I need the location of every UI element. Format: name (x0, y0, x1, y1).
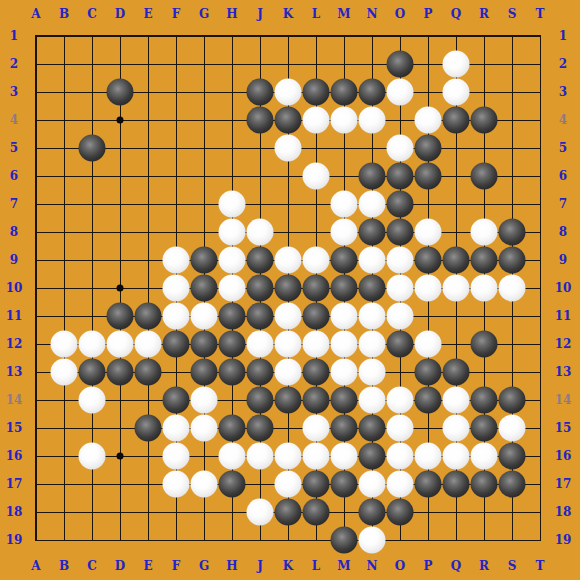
row-label-left-7: 7 (10, 198, 18, 210)
white-stone-Q10[interactable] (443, 275, 470, 302)
col-label-bottom-C: C (87, 560, 97, 572)
white-stone-R10[interactable] (471, 275, 498, 302)
white-stone-P10[interactable] (415, 275, 442, 302)
col-label-top-H: H (226, 8, 237, 20)
row-label-right-7: 7 (559, 198, 567, 210)
col-label-top-A: A (31, 8, 40, 20)
black-stone-L11[interactable] (303, 303, 330, 330)
white-stone-S10[interactable] (499, 275, 526, 302)
white-stone-N11[interactable] (359, 303, 386, 330)
white-stone-K12[interactable] (275, 331, 302, 358)
row-label-right-16: 16 (555, 450, 572, 462)
row-label-left-10: 10 (6, 282, 23, 294)
row-label-right-11: 11 (555, 310, 572, 322)
row-label-left-1: 1 (10, 30, 18, 42)
white-stone-N17[interactable] (359, 471, 386, 498)
white-stone-P4[interactable] (415, 107, 442, 134)
black-stone-G12[interactable] (191, 331, 218, 358)
col-label-bottom-J: J (257, 560, 263, 572)
black-stone-L18[interactable] (303, 499, 330, 526)
row-label-right-15: 15 (555, 422, 572, 434)
row-label-left-11: 11 (6, 310, 23, 322)
white-stone-L9[interactable] (303, 247, 330, 274)
black-stone-C13[interactable] (79, 359, 106, 386)
col-label-bottom-K: K (283, 560, 293, 572)
row-label-left-8: 8 (10, 226, 18, 238)
white-stone-O14[interactable] (387, 387, 414, 414)
black-stone-N16[interactable] (359, 443, 386, 470)
white-stone-H16[interactable] (219, 443, 246, 470)
black-stone-M15[interactable] (331, 415, 358, 442)
white-stone-H8[interactable] (219, 219, 246, 246)
col-label-bottom-B: B (59, 560, 69, 572)
white-stone-M4[interactable] (331, 107, 358, 134)
black-stone-R6[interactable] (471, 163, 498, 190)
col-label-top-R: R (479, 8, 489, 20)
black-stone-M17[interactable] (331, 471, 358, 498)
black-stone-S14[interactable] (499, 387, 526, 414)
black-stone-N6[interactable] (359, 163, 386, 190)
col-label-bottom-N: N (367, 560, 378, 572)
white-stone-H7[interactable] (219, 191, 246, 218)
white-stone-M7[interactable] (331, 191, 358, 218)
row-label-right-2: 2 (559, 58, 567, 70)
row-label-left-12: 12 (6, 338, 23, 350)
black-stone-N8[interactable] (359, 219, 386, 246)
black-stone-P5[interactable] (415, 135, 442, 162)
black-stone-O7[interactable] (387, 191, 414, 218)
col-label-bottom-G: G (199, 560, 209, 572)
white-stone-L6[interactable] (303, 163, 330, 190)
black-stone-R12[interactable] (471, 331, 498, 358)
white-stone-D12[interactable] (107, 331, 134, 358)
white-stone-K3[interactable] (275, 79, 302, 106)
col-label-top-G: G (199, 8, 209, 20)
black-stone-F12[interactable] (163, 331, 190, 358)
col-label-top-Q: Q (451, 8, 461, 20)
row-label-left-15: 15 (6, 422, 23, 434)
row-label-right-19: 19 (555, 534, 572, 546)
black-stone-H17[interactable] (219, 471, 246, 498)
black-stone-O2[interactable] (387, 51, 414, 78)
black-stone-G10[interactable] (191, 275, 218, 302)
white-stone-M13[interactable] (331, 359, 358, 386)
black-stone-H13[interactable] (219, 359, 246, 386)
black-stone-L14[interactable] (303, 387, 330, 414)
col-label-bottom-Q: Q (451, 560, 461, 572)
white-stone-P8[interactable] (415, 219, 442, 246)
black-stone-D11[interactable] (107, 303, 134, 330)
black-stone-P17[interactable] (415, 471, 442, 498)
white-stone-F16[interactable] (163, 443, 190, 470)
row-label-right-3: 3 (559, 86, 567, 98)
black-stone-R4[interactable] (471, 107, 498, 134)
white-stone-C14[interactable] (79, 387, 106, 414)
black-stone-O8[interactable] (387, 219, 414, 246)
row-label-left-4: 4 (10, 114, 18, 126)
white-stone-Q14[interactable] (443, 387, 470, 414)
black-stone-Q9[interactable] (443, 247, 470, 274)
row-label-left-17: 17 (6, 478, 23, 490)
white-stone-J12[interactable] (247, 331, 274, 358)
white-stone-G15[interactable] (191, 415, 218, 442)
white-stone-K9[interactable] (275, 247, 302, 274)
row-label-right-17: 17 (555, 478, 572, 490)
black-stone-H15[interactable] (219, 415, 246, 442)
black-stone-J14[interactable] (247, 387, 274, 414)
white-stone-R16[interactable] (471, 443, 498, 470)
white-stone-N19[interactable] (359, 527, 386, 554)
col-label-top-C: C (87, 8, 97, 20)
row-label-right-8: 8 (559, 226, 567, 238)
white-stone-Q15[interactable] (443, 415, 470, 442)
col-label-top-J: J (257, 8, 263, 20)
white-stone-N13[interactable] (359, 359, 386, 386)
black-stone-S9[interactable] (499, 247, 526, 274)
row-label-left-16: 16 (6, 450, 23, 462)
row-label-right-18: 18 (555, 506, 572, 518)
row-label-left-19: 19 (6, 534, 23, 546)
white-stone-O10[interactable] (387, 275, 414, 302)
white-stone-F17[interactable] (163, 471, 190, 498)
col-label-top-P: P (423, 8, 432, 20)
row-label-right-1: 1 (559, 30, 567, 42)
col-label-bottom-R: R (479, 560, 489, 572)
star-point-D10 (117, 285, 124, 292)
white-stone-M11[interactable] (331, 303, 358, 330)
white-stone-G14[interactable] (191, 387, 218, 414)
black-stone-O12[interactable] (387, 331, 414, 358)
col-label-bottom-D: D (115, 560, 125, 572)
white-stone-B13[interactable] (51, 359, 78, 386)
black-stone-Q13[interactable] (443, 359, 470, 386)
col-label-top-S: S (508, 8, 517, 20)
white-stone-N9[interactable] (359, 247, 386, 274)
row-label-left-13: 13 (6, 366, 23, 378)
white-stone-R8[interactable] (471, 219, 498, 246)
white-stone-O5[interactable] (387, 135, 414, 162)
col-label-bottom-M: M (337, 560, 350, 572)
black-stone-K18[interactable] (275, 499, 302, 526)
white-stone-O11[interactable] (387, 303, 414, 330)
black-stone-M10[interactable] (331, 275, 358, 302)
black-stone-P6[interactable] (415, 163, 442, 190)
white-stone-J8[interactable] (247, 219, 274, 246)
white-stone-K13[interactable] (275, 359, 302, 386)
black-stone-S8[interactable] (499, 219, 526, 246)
col-label-top-D: D (115, 8, 125, 20)
col-label-bottom-H: H (226, 560, 237, 572)
white-stone-K11[interactable] (275, 303, 302, 330)
white-stone-L15[interactable] (303, 415, 330, 442)
black-stone-Q4[interactable] (443, 107, 470, 134)
row-label-left-14: 14 (6, 394, 23, 406)
black-stone-L10[interactable] (303, 275, 330, 302)
black-stone-L17[interactable] (303, 471, 330, 498)
col-label-bottom-F: F (172, 560, 181, 572)
white-stone-F15[interactable] (163, 415, 190, 442)
black-stone-D3[interactable] (107, 79, 134, 106)
col-label-top-B: B (59, 8, 69, 20)
black-stone-L3[interactable] (303, 79, 330, 106)
white-stone-N12[interactable] (359, 331, 386, 358)
black-stone-J9[interactable] (247, 247, 274, 274)
white-stone-J18[interactable] (247, 499, 274, 526)
star-point-D4 (117, 117, 124, 124)
col-label-top-E: E (143, 8, 152, 20)
white-stone-C12[interactable] (79, 331, 106, 358)
black-stone-S16[interactable] (499, 443, 526, 470)
col-label-bottom-L: L (312, 560, 320, 572)
col-label-top-T: T (536, 8, 545, 20)
black-stone-K10[interactable] (275, 275, 302, 302)
row-label-right-4: 4 (559, 114, 567, 126)
row-label-left-3: 3 (10, 86, 18, 98)
white-stone-K17[interactable] (275, 471, 302, 498)
row-label-right-13: 13 (555, 366, 572, 378)
black-stone-K14[interactable] (275, 387, 302, 414)
white-stone-K5[interactable] (275, 135, 302, 162)
col-label-bottom-E: E (143, 560, 152, 572)
row-label-right-9: 9 (559, 254, 567, 266)
white-stone-O9[interactable] (387, 247, 414, 274)
black-stone-R15[interactable] (471, 415, 498, 442)
black-stone-E11[interactable] (135, 303, 162, 330)
col-label-top-K: K (283, 8, 293, 20)
black-stone-K4[interactable] (275, 107, 302, 134)
white-stone-P12[interactable] (415, 331, 442, 358)
col-label-top-O: O (395, 8, 405, 20)
col-label-bottom-S: S (508, 560, 517, 572)
white-stone-F11[interactable] (163, 303, 190, 330)
row-label-left-2: 2 (10, 58, 18, 70)
black-stone-P14[interactable] (415, 387, 442, 414)
white-stone-F9[interactable] (163, 247, 190, 274)
black-stone-E15[interactable] (135, 415, 162, 442)
black-stone-P9[interactable] (415, 247, 442, 274)
black-stone-H12[interactable] (219, 331, 246, 358)
black-stone-N18[interactable] (359, 499, 386, 526)
black-stone-M3[interactable] (331, 79, 358, 106)
white-stone-Q2[interactable] (443, 51, 470, 78)
black-stone-M9[interactable] (331, 247, 358, 274)
white-stone-S15[interactable] (499, 415, 526, 442)
white-stone-J16[interactable] (247, 443, 274, 470)
black-stone-G9[interactable] (191, 247, 218, 274)
black-stone-N15[interactable] (359, 415, 386, 442)
white-stone-M8[interactable] (331, 219, 358, 246)
white-stone-L16[interactable] (303, 443, 330, 470)
black-stone-Q17[interactable] (443, 471, 470, 498)
white-stone-M12[interactable] (331, 331, 358, 358)
white-stone-N14[interactable] (359, 387, 386, 414)
row-label-left-9: 9 (10, 254, 18, 266)
white-stone-Q3[interactable] (443, 79, 470, 106)
black-stone-S17[interactable] (499, 471, 526, 498)
black-stone-L13[interactable] (303, 359, 330, 386)
white-stone-F10[interactable] (163, 275, 190, 302)
col-label-top-F: F (172, 8, 181, 20)
white-stone-O16[interactable] (387, 443, 414, 470)
white-stone-N7[interactable] (359, 191, 386, 218)
white-stone-M16[interactable] (331, 443, 358, 470)
black-stone-F14[interactable] (163, 387, 190, 414)
row-label-right-5: 5 (559, 142, 567, 154)
col-label-bottom-O: O (395, 560, 405, 572)
black-stone-M14[interactable] (331, 387, 358, 414)
star-point-D16 (117, 453, 124, 460)
go-board: AABBCCDDEEFFGGHHJJKKLLMMNNOOPPQQRRSSTT11… (0, 0, 580, 580)
black-stone-J3[interactable] (247, 79, 274, 106)
col-label-bottom-T: T (536, 560, 545, 572)
white-stone-G11[interactable] (191, 303, 218, 330)
row-label-right-12: 12 (555, 338, 572, 350)
black-stone-R9[interactable] (471, 247, 498, 274)
black-stone-J4[interactable] (247, 107, 274, 134)
black-stone-D13[interactable] (107, 359, 134, 386)
black-stone-N10[interactable] (359, 275, 386, 302)
black-stone-E13[interactable] (135, 359, 162, 386)
white-stone-L12[interactable] (303, 331, 330, 358)
white-stone-O15[interactable] (387, 415, 414, 442)
col-label-top-N: N (367, 8, 378, 20)
black-stone-O18[interactable] (387, 499, 414, 526)
row-label-left-18: 18 (6, 506, 23, 518)
col-label-bottom-P: P (423, 560, 432, 572)
row-label-left-6: 6 (10, 170, 18, 182)
white-stone-L4[interactable] (303, 107, 330, 134)
black-stone-J13[interactable] (247, 359, 274, 386)
black-stone-R14[interactable] (471, 387, 498, 414)
black-stone-H11[interactable] (219, 303, 246, 330)
white-stone-O3[interactable] (387, 79, 414, 106)
white-stone-N4[interactable] (359, 107, 386, 134)
black-stone-N3[interactable] (359, 79, 386, 106)
black-stone-P13[interactable] (415, 359, 442, 386)
white-stone-O17[interactable] (387, 471, 414, 498)
white-stone-B12[interactable] (51, 331, 78, 358)
white-stone-Q16[interactable] (443, 443, 470, 470)
white-stone-H9[interactable] (219, 247, 246, 274)
black-stone-R17[interactable] (471, 471, 498, 498)
black-stone-O6[interactable] (387, 163, 414, 190)
black-stone-M19[interactable] (331, 527, 358, 554)
row-label-right-14: 14 (555, 394, 572, 406)
col-label-top-M: M (337, 8, 350, 20)
white-stone-G17[interactable] (191, 471, 218, 498)
row-label-right-10: 10 (555, 282, 572, 294)
row-label-right-6: 6 (559, 170, 567, 182)
black-stone-C5[interactable] (79, 135, 106, 162)
white-stone-H10[interactable] (219, 275, 246, 302)
black-stone-J15[interactable] (247, 415, 274, 442)
black-stone-J11[interactable] (247, 303, 274, 330)
white-stone-K16[interactable] (275, 443, 302, 470)
black-stone-G13[interactable] (191, 359, 218, 386)
col-label-top-L: L (312, 8, 320, 20)
white-stone-P16[interactable] (415, 443, 442, 470)
col-label-bottom-A: A (31, 560, 40, 572)
white-stone-C16[interactable] (79, 443, 106, 470)
black-stone-J10[interactable] (247, 275, 274, 302)
white-stone-E12[interactable] (135, 331, 162, 358)
row-label-left-5: 5 (10, 142, 18, 154)
